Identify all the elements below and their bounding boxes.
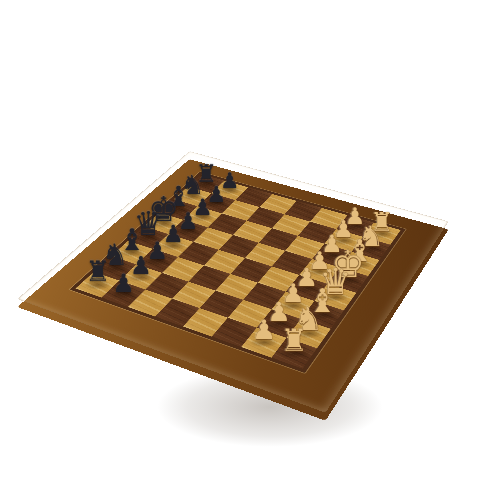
product-photo-stage: ♜♞♝♛♚♝♞♜♟♟♟♟♟♟♟♟♟♟♟♟♟♟♟♟♜♞♝♛♚♝♞♜ — [0, 0, 480, 480]
